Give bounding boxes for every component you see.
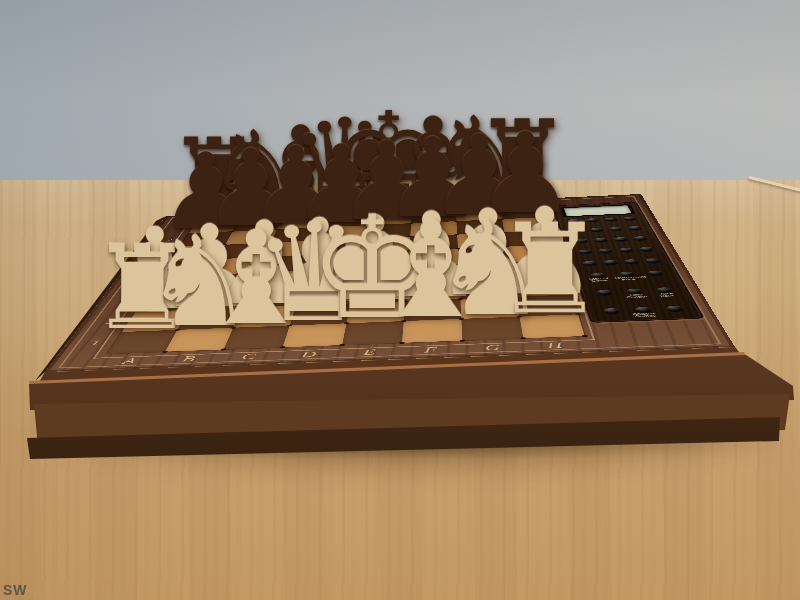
photo-scene: 87654321 ABCDEFGH Start of GameTournamen… xyxy=(0,0,800,600)
button-group xyxy=(635,247,658,252)
button-label: Tournament Book xyxy=(614,276,644,281)
button-label xyxy=(640,262,667,263)
piece-white-rook[interactable]: ♜ xyxy=(494,208,605,332)
button-group: Time Control xyxy=(622,288,649,299)
button-row: Analyze Games xyxy=(595,305,695,319)
button-group xyxy=(661,305,690,316)
button-group xyxy=(643,270,670,280)
button-label xyxy=(643,275,671,276)
button-label xyxy=(619,220,643,221)
button-label xyxy=(629,240,655,241)
button-label xyxy=(623,230,648,231)
button-group xyxy=(641,258,665,264)
button-label xyxy=(634,251,660,252)
button-label: Take Back xyxy=(651,292,683,298)
button-group: Analyze Games xyxy=(630,307,659,319)
button-group: Take Back xyxy=(652,287,680,298)
button-group: Tournament Book xyxy=(614,271,640,281)
button-label xyxy=(660,311,691,312)
button-group xyxy=(619,216,640,221)
button-group xyxy=(629,236,651,241)
watermark: SW xyxy=(3,582,28,598)
button-group xyxy=(624,226,646,231)
button-label: Time Control xyxy=(621,293,652,299)
button-label: Analyze Games xyxy=(629,312,662,318)
